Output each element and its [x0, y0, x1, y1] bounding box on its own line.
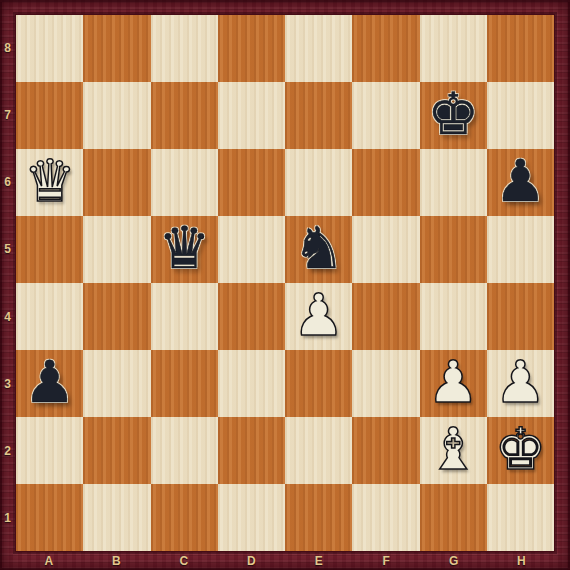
white-king: ♚ [494, 420, 546, 478]
rank-label: 3 [0, 350, 15, 417]
square-b5[interactable] [83, 216, 150, 283]
white-queen: ♛ [24, 152, 76, 210]
square-c1[interactable] [151, 484, 218, 551]
file-label: G [420, 552, 488, 570]
square-g3[interactable]: ♟ [420, 350, 487, 417]
square-f7[interactable] [352, 82, 419, 149]
black-queen: ♛ [158, 219, 210, 277]
square-e2[interactable] [285, 417, 352, 484]
file-label: H [488, 552, 556, 570]
file-label: F [353, 552, 421, 570]
square-h2[interactable]: ♚ [487, 417, 554, 484]
square-e5[interactable]: ♞ [285, 216, 352, 283]
square-f6[interactable] [352, 149, 419, 216]
rank-label: 4 [0, 283, 15, 350]
square-c2[interactable] [151, 417, 218, 484]
square-e4[interactable]: ♟ [285, 283, 352, 350]
square-h7[interactable] [487, 82, 554, 149]
square-b2[interactable] [83, 417, 150, 484]
file-label: E [285, 552, 353, 570]
square-h4[interactable] [487, 283, 554, 350]
file-label: C [150, 552, 218, 570]
square-g5[interactable] [420, 216, 487, 283]
square-e7[interactable] [285, 82, 352, 149]
rank-label: 2 [0, 418, 15, 485]
square-a1[interactable] [16, 484, 83, 551]
square-d2[interactable] [218, 417, 285, 484]
square-g2[interactable]: ♝ [420, 417, 487, 484]
board-frame: ♚♛♟♛♞♟♟♟♟♝♚ 87654321 ABCDEFGH [0, 0, 570, 570]
square-d7[interactable] [218, 82, 285, 149]
square-h8[interactable] [487, 15, 554, 82]
white-pawn: ♟ [427, 353, 479, 411]
square-c7[interactable] [151, 82, 218, 149]
square-g8[interactable] [420, 15, 487, 82]
square-a6[interactable]: ♛ [16, 149, 83, 216]
square-d8[interactable] [218, 15, 285, 82]
rank-label: 7 [0, 81, 15, 148]
rank-label: 5 [0, 216, 15, 283]
square-a4[interactable] [16, 283, 83, 350]
square-c8[interactable] [151, 15, 218, 82]
square-d5[interactable] [218, 216, 285, 283]
square-a8[interactable] [16, 15, 83, 82]
square-d3[interactable] [218, 350, 285, 417]
square-f5[interactable] [352, 216, 419, 283]
square-h3[interactable]: ♟ [487, 350, 554, 417]
square-c6[interactable] [151, 149, 218, 216]
square-f4[interactable] [352, 283, 419, 350]
square-d6[interactable] [218, 149, 285, 216]
square-h5[interactable] [487, 216, 554, 283]
file-label: B [83, 552, 151, 570]
square-e3[interactable] [285, 350, 352, 417]
rank-labels: 87654321 [0, 14, 15, 552]
square-b6[interactable] [83, 149, 150, 216]
square-f3[interactable] [352, 350, 419, 417]
square-f8[interactable] [352, 15, 419, 82]
chess-board: ♚♛♟♛♞♟♟♟♟♝♚ [15, 14, 555, 552]
square-b8[interactable] [83, 15, 150, 82]
square-g7[interactable]: ♚ [420, 82, 487, 149]
rank-label: 6 [0, 149, 15, 216]
square-g4[interactable] [420, 283, 487, 350]
black-king: ♚ [427, 85, 479, 143]
file-labels: ABCDEFGH [15, 552, 555, 570]
white-pawn: ♟ [494, 353, 546, 411]
white-pawn: ♟ [293, 286, 345, 344]
square-d4[interactable] [218, 283, 285, 350]
black-pawn: ♟ [494, 152, 546, 210]
square-g1[interactable] [420, 484, 487, 551]
black-pawn: ♟ [24, 353, 76, 411]
square-a7[interactable] [16, 82, 83, 149]
square-b3[interactable] [83, 350, 150, 417]
square-a3[interactable]: ♟ [16, 350, 83, 417]
square-c3[interactable] [151, 350, 218, 417]
square-e8[interactable] [285, 15, 352, 82]
rank-label: 8 [0, 14, 15, 81]
square-h1[interactable] [487, 484, 554, 551]
rank-label: 1 [0, 485, 15, 552]
square-g6[interactable] [420, 149, 487, 216]
square-f2[interactable] [352, 417, 419, 484]
square-a2[interactable] [16, 417, 83, 484]
square-d1[interactable] [218, 484, 285, 551]
square-c4[interactable] [151, 283, 218, 350]
square-c5[interactable]: ♛ [151, 216, 218, 283]
square-f1[interactable] [352, 484, 419, 551]
white-bishop: ♝ [427, 420, 479, 478]
square-b1[interactable] [83, 484, 150, 551]
file-label: A [15, 552, 83, 570]
square-a5[interactable] [16, 216, 83, 283]
file-label: D [218, 552, 286, 570]
square-h6[interactable]: ♟ [487, 149, 554, 216]
square-e6[interactable] [285, 149, 352, 216]
square-e1[interactable] [285, 484, 352, 551]
square-b7[interactable] [83, 82, 150, 149]
square-b4[interactable] [83, 283, 150, 350]
black-knight: ♞ [293, 219, 345, 277]
